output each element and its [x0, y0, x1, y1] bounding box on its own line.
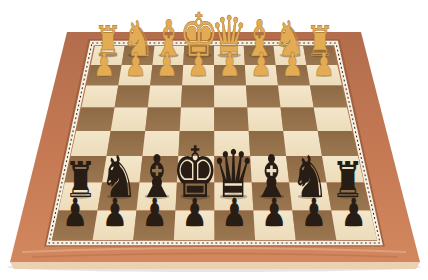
board-square: [310, 85, 347, 107]
chess-piece-bP: ♟: [62, 189, 88, 234]
chess-piece-wP: ♟: [93, 45, 115, 84]
chess-piece-wP: ♟: [219, 45, 241, 84]
board-edge-strip: [10, 262, 420, 269]
chess-piece-bP: ♟: [301, 189, 327, 234]
chess-piece-bP: ♟: [261, 189, 287, 234]
chess-piece-bP: ♟: [102, 189, 128, 234]
chess-board: ♜♞♝♚♛♝♞♜♟♟♟♟♟♟♟♟♜♞♝♚♛♝♞♜♟♟♟♟♟♟♟♟: [0, 0, 428, 280]
board-square: [81, 85, 118, 107]
board-square: [214, 107, 249, 130]
chessboard-product-photo: ♜♞♝♚♛♝♞♜♟♟♟♟♟♟♟♟♜♞♝♚♛♝♞♜♟♟♟♟♟♟♟♟: [0, 0, 428, 280]
board-square: [281, 107, 318, 130]
board-square: [278, 85, 314, 107]
chess-piece-bP: ♟: [221, 189, 247, 234]
chess-piece-bP: ♟: [182, 189, 208, 234]
chess-piece-wP: ♟: [313, 45, 335, 84]
chess-piece-wP: ♟: [282, 45, 304, 84]
board-square: [314, 107, 353, 130]
board-square: [180, 107, 215, 130]
chess-piece-bP: ♟: [142, 189, 168, 234]
board-square: [148, 85, 182, 107]
board-square: [181, 85, 214, 107]
chess-piece-wP: ♟: [187, 45, 209, 84]
board-square: [111, 107, 148, 130]
board-square: [145, 107, 181, 130]
board-square: [214, 85, 247, 107]
board-square: [115, 85, 151, 107]
chess-piece-wP: ♟: [250, 45, 272, 84]
board-square: [76, 107, 114, 130]
chess-piece-wP: ♟: [125, 45, 147, 84]
chess-piece-bP: ♟: [341, 189, 367, 234]
chess-piece-wP: ♟: [156, 45, 178, 84]
board-square: [247, 107, 283, 130]
board-square: [246, 85, 280, 107]
